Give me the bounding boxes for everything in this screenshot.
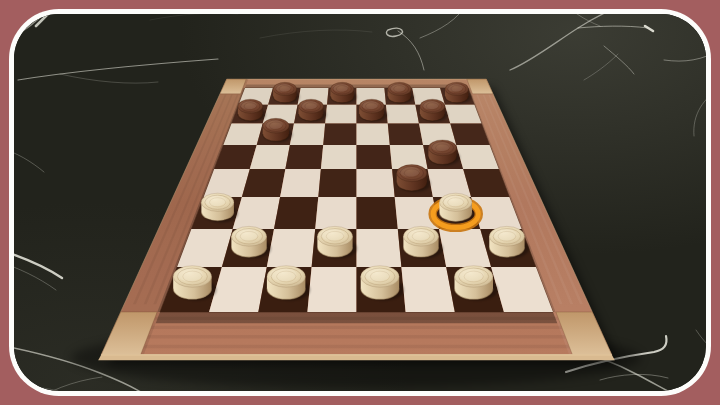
piece-sheen [492, 228, 516, 240]
square-r5c3 [280, 169, 321, 197]
piece-sheen [364, 268, 390, 281]
square-r6c3[interactable] [274, 197, 318, 229]
square-r8c6 [401, 267, 454, 312]
rail-grain-line [144, 345, 570, 349]
piece-sheen [406, 228, 430, 240]
piece-sheen [458, 268, 484, 281]
square-r3c3 [290, 124, 325, 145]
square-r7c3 [267, 229, 315, 267]
square-r8c4 [307, 267, 356, 312]
piece-sheen [422, 101, 439, 110]
piece-sheen [270, 268, 296, 281]
square-r2c6 [386, 105, 419, 124]
square-r7c5 [357, 229, 402, 267]
piece-sheen [320, 228, 344, 240]
piece-sheen [234, 228, 258, 240]
rail-grain-line [151, 326, 562, 329]
piece-sheen [275, 84, 291, 92]
piece-sheen [204, 195, 226, 206]
square-r4c3[interactable] [285, 145, 323, 169]
piece-sheen [442, 195, 464, 206]
piece-sheen [399, 166, 420, 176]
square-r3c4[interactable] [323, 124, 356, 145]
square-r4c4 [321, 145, 357, 169]
piece-sheen [301, 101, 318, 110]
piece-sheen [265, 120, 283, 129]
rail-grain-line [147, 335, 565, 339]
square-r4c5[interactable] [357, 145, 393, 169]
piece-sheen [332, 84, 348, 92]
square-r4c2 [250, 145, 290, 169]
piece-sheen [431, 142, 450, 152]
board-front-face [98, 355, 615, 361]
square-r6c5[interactable] [357, 197, 398, 229]
square-r3c6[interactable] [388, 124, 423, 145]
piece-sheen [447, 84, 463, 92]
piece-sheen [176, 268, 202, 281]
squares-front-shadow [156, 312, 558, 323]
square-r3c5 [357, 124, 390, 145]
marble-table [14, 14, 706, 391]
square-r5c5 [357, 169, 395, 197]
piece-sheen [390, 84, 406, 92]
scene-svg [14, 14, 706, 391]
piece-sheen [361, 101, 378, 110]
square-r5c4[interactable] [318, 169, 356, 197]
square-r6c4 [315, 197, 356, 229]
game-screen [0, 0, 720, 405]
piece-sheen [240, 101, 257, 110]
square-r2c4 [325, 105, 356, 124]
